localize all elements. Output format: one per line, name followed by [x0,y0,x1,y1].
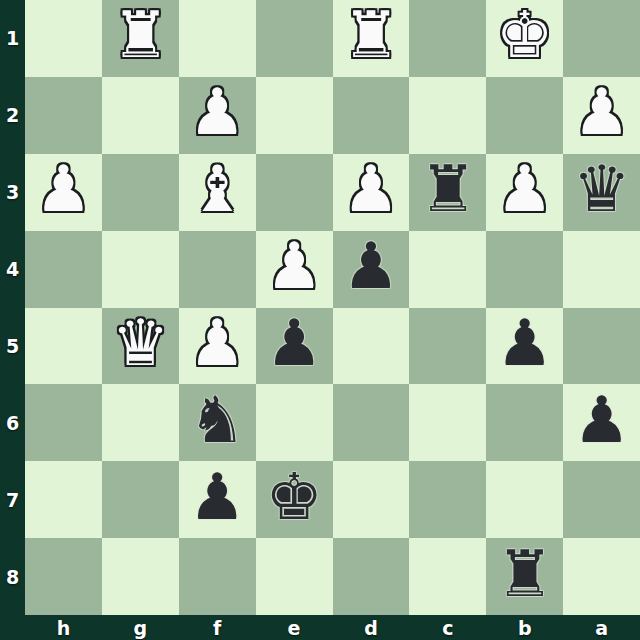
piece-black-pawn-d4[interactable]: ♟ [342,234,399,298]
rank-label-2: 2 [0,77,25,154]
file-labels: hgfedcba [25,615,640,640]
square-b1[interactable]: ♚ [486,0,563,77]
piece-black-rook-c3[interactable]: ♜ [419,157,476,221]
square-a4[interactable] [563,231,640,308]
piece-black-pawn-e5[interactable]: ♟ [265,311,322,375]
square-f2[interactable]: ♟ [179,77,256,154]
square-h3[interactable]: ♟ [25,154,102,231]
piece-white-king-b1[interactable]: ♚ [496,3,553,67]
square-h7[interactable] [25,461,102,538]
square-g3[interactable] [102,154,179,231]
square-e5[interactable]: ♟ [256,308,333,385]
piece-black-king-e7[interactable]: ♚ [265,465,322,529]
square-g6[interactable] [102,384,179,461]
square-c4[interactable] [409,231,486,308]
piece-white-rook-d1[interactable]: ♜ [342,3,399,67]
square-c8[interactable] [409,538,486,615]
rank-label-5: 5 [0,308,25,385]
square-e6[interactable] [256,384,333,461]
rank-label-6: 6 [0,384,25,461]
piece-white-bishop-f3[interactable]: ♝ [189,157,246,221]
file-label-e: e [256,615,333,640]
square-f7[interactable]: ♟ [179,461,256,538]
rank-labels: 12345678 [0,0,25,615]
piece-black-pawn-b5[interactable]: ♟ [496,311,553,375]
square-d5[interactable] [333,308,410,385]
rank-label-8: 8 [0,538,25,615]
piece-white-pawn-b3[interactable]: ♟ [496,157,553,221]
square-a7[interactable] [563,461,640,538]
file-label-b: b [486,615,563,640]
piece-white-pawn-e4[interactable]: ♟ [265,234,322,298]
square-d6[interactable] [333,384,410,461]
square-d8[interactable] [333,538,410,615]
square-g5[interactable]: ♛ [102,308,179,385]
square-d2[interactable] [333,77,410,154]
square-c1[interactable] [409,0,486,77]
square-b8[interactable]: ♜ [486,538,563,615]
rank-label-3: 3 [0,154,25,231]
square-a2[interactable]: ♟ [563,77,640,154]
file-label-c: c [409,615,486,640]
square-b3[interactable]: ♟ [486,154,563,231]
square-g2[interactable] [102,77,179,154]
file-label-d: d [333,615,410,640]
piece-white-pawn-h3[interactable]: ♟ [35,157,92,221]
file-label-h: h [25,615,102,640]
rank-label-4: 4 [0,231,25,308]
piece-white-pawn-a2[interactable]: ♟ [573,80,630,144]
square-e1[interactable] [256,0,333,77]
piece-black-pawn-a6[interactable]: ♟ [573,388,630,452]
square-h5[interactable] [25,308,102,385]
square-a5[interactable] [563,308,640,385]
square-h1[interactable] [25,0,102,77]
square-d7[interactable] [333,461,410,538]
piece-black-rook-b8[interactable]: ♜ [496,542,553,606]
square-a6[interactable]: ♟ [563,384,640,461]
square-g8[interactable] [102,538,179,615]
square-c3[interactable]: ♜ [409,154,486,231]
square-c6[interactable] [409,384,486,461]
square-b5[interactable]: ♟ [486,308,563,385]
square-a8[interactable] [563,538,640,615]
file-label-g: g [102,615,179,640]
square-d3[interactable]: ♟ [333,154,410,231]
square-b6[interactable] [486,384,563,461]
piece-white-pawn-d3[interactable]: ♟ [342,157,399,221]
square-c5[interactable] [409,308,486,385]
square-c2[interactable] [409,77,486,154]
square-f6[interactable]: ♞ [179,384,256,461]
square-h6[interactable] [25,384,102,461]
square-e2[interactable] [256,77,333,154]
piece-black-queen-a3[interactable]: ♛ [573,157,630,221]
piece-white-queen-g5[interactable]: ♛ [112,311,169,375]
square-f8[interactable] [179,538,256,615]
piece-black-pawn-f7[interactable]: ♟ [189,465,246,529]
file-label-a: a [563,615,640,640]
square-f1[interactable] [179,0,256,77]
square-f4[interactable] [179,231,256,308]
square-f3[interactable]: ♝ [179,154,256,231]
square-h4[interactable] [25,231,102,308]
square-e7[interactable]: ♚ [256,461,333,538]
square-f5[interactable]: ♟ [179,308,256,385]
rank-label-1: 1 [0,0,25,77]
square-a3[interactable]: ♛ [563,154,640,231]
file-label-f: f [179,615,256,640]
square-g1[interactable]: ♜ [102,0,179,77]
square-a1[interactable] [563,0,640,77]
piece-white-pawn-f2[interactable]: ♟ [189,80,246,144]
square-g4[interactable] [102,231,179,308]
square-b2[interactable] [486,77,563,154]
piece-white-rook-g1[interactable]: ♜ [112,3,169,67]
square-g7[interactable] [102,461,179,538]
chess-board-app: 12345678 ♜♜♚♟♟♟♝♟♜♟♛♟♟♛♟♟♟♞♟♟♚♜ hgfedcba [0,0,640,640]
piece-black-knight-f6[interactable]: ♞ [189,388,246,452]
piece-white-pawn-f5[interactable]: ♟ [189,311,246,375]
board: ♜♜♚♟♟♟♝♟♜♟♛♟♟♛♟♟♟♞♟♟♚♜ [25,0,640,615]
square-b4[interactable] [486,231,563,308]
square-d1[interactable]: ♜ [333,0,410,77]
square-e3[interactable] [256,154,333,231]
rank-label-7: 7 [0,461,25,538]
square-e8[interactable] [256,538,333,615]
square-e4[interactable]: ♟ [256,231,333,308]
square-h2[interactable] [25,77,102,154]
square-b7[interactable] [486,461,563,538]
square-d4[interactable]: ♟ [333,231,410,308]
square-h8[interactable] [25,538,102,615]
square-c7[interactable] [409,461,486,538]
